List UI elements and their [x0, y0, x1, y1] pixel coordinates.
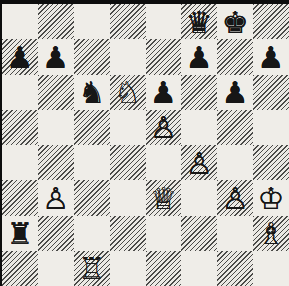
square-a6[interactable]: [2, 75, 38, 110]
square-e7[interactable]: [146, 39, 182, 74]
square-f3[interactable]: [181, 180, 217, 215]
square-d2[interactable]: [110, 216, 146, 251]
white-pawn-piece: ♙: [222, 184, 249, 214]
black-pawn-piece: ♟: [42, 43, 69, 73]
square-a5[interactable]: [2, 110, 38, 145]
square-b4[interactable]: [38, 145, 74, 180]
square-g7[interactable]: [217, 39, 253, 74]
square-f4[interactable]: ♙: [181, 145, 217, 180]
square-f6[interactable]: [181, 75, 217, 110]
white-pawn-piece: ♙: [186, 149, 213, 179]
square-h6[interactable]: [253, 75, 289, 110]
square-b3[interactable]: ♙: [38, 180, 74, 215]
square-a2[interactable]: ♜: [2, 216, 38, 251]
square-c7[interactable]: [74, 39, 110, 74]
square-f5[interactable]: [181, 110, 217, 145]
square-d1[interactable]: [110, 251, 146, 286]
square-h1[interactable]: [253, 251, 289, 286]
square-a3[interactable]: [2, 180, 38, 215]
square-h7[interactable]: ♟: [253, 39, 289, 74]
square-h2[interactable]: ♗: [253, 216, 289, 251]
square-h3[interactable]: ♔: [253, 180, 289, 215]
square-b2[interactable]: [38, 216, 74, 251]
square-g2[interactable]: [217, 216, 253, 251]
square-g5[interactable]: [217, 110, 253, 145]
square-c8[interactable]: [74, 4, 110, 39]
white-pawn-piece: ♙: [150, 113, 177, 143]
black-knight-piece: ♞: [78, 78, 105, 108]
white-king-piece: ♔: [258, 184, 285, 214]
square-c5[interactable]: [74, 110, 110, 145]
square-d3[interactable]: [110, 180, 146, 215]
square-c3[interactable]: [74, 180, 110, 215]
square-a8[interactable]: [2, 4, 38, 39]
square-b7[interactable]: ♟: [38, 39, 74, 74]
square-e2[interactable]: [146, 216, 182, 251]
square-a7[interactable]: ♟: [2, 39, 38, 74]
square-a4[interactable]: [2, 145, 38, 180]
black-pawn-piece: ♟: [258, 43, 285, 73]
black-rook-piece: ♜: [6, 219, 33, 249]
square-d4[interactable]: [110, 145, 146, 180]
square-h5[interactable]: [253, 110, 289, 145]
square-d8[interactable]: [110, 4, 146, 39]
square-f7[interactable]: ♟: [181, 39, 217, 74]
square-d6[interactable]: ♘: [110, 75, 146, 110]
black-queen-piece: ♛: [186, 8, 213, 38]
square-f2[interactable]: [181, 216, 217, 251]
square-a1[interactable]: [2, 251, 38, 286]
square-b8[interactable]: [38, 4, 74, 39]
square-h8[interactable]: [253, 4, 289, 39]
square-d7[interactable]: [110, 39, 146, 74]
square-c6[interactable]: ♞: [74, 75, 110, 110]
white-queen-piece: ♕: [150, 184, 177, 214]
square-h4[interactable]: [253, 145, 289, 180]
square-b1[interactable]: [38, 251, 74, 286]
square-e3[interactable]: ♕: [146, 180, 182, 215]
square-g3[interactable]: ♙: [217, 180, 253, 215]
chessboard: ♛♚♟♟♟♟♞♘♟♟♙♙♙♕♙♔♜♗♖: [2, 4, 289, 286]
white-knight-piece: ♘: [114, 78, 141, 108]
square-g4[interactable]: [217, 145, 253, 180]
white-rook-piece: ♖: [78, 254, 105, 284]
white-pawn-piece: ♙: [42, 184, 69, 214]
square-g1[interactable]: [217, 251, 253, 286]
white-bishop-piece: ♗: [258, 219, 285, 249]
black-king-piece: ♚: [222, 8, 249, 38]
square-f1[interactable]: [181, 251, 217, 286]
square-e6[interactable]: ♟: [146, 75, 182, 110]
square-f8[interactable]: ♛: [181, 4, 217, 39]
square-c4[interactable]: [74, 145, 110, 180]
square-e8[interactable]: [146, 4, 182, 39]
square-c1[interactable]: ♖: [74, 251, 110, 286]
square-g6[interactable]: ♟: [217, 75, 253, 110]
square-g8[interactable]: ♚: [217, 4, 253, 39]
square-c2[interactable]: [74, 216, 110, 251]
square-e1[interactable]: [146, 251, 182, 286]
black-pawn-piece: ♟: [186, 43, 213, 73]
black-pawn-piece: ♟: [222, 78, 249, 108]
square-b6[interactable]: [38, 75, 74, 110]
square-d5[interactable]: [110, 110, 146, 145]
chess-diagram: ♛♚♟♟♟♟♞♘♟♟♙♙♙♕♙♔♜♗♖: [0, 0, 289, 286]
square-e5[interactable]: ♙: [146, 110, 182, 145]
black-pawn-piece: ♟: [150, 78, 177, 108]
square-b5[interactable]: [38, 110, 74, 145]
black-pawn-piece: ♟: [6, 43, 33, 73]
square-e4[interactable]: [146, 145, 182, 180]
